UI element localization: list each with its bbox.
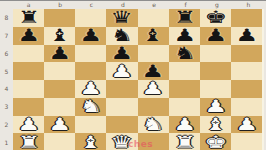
square-e3[interactable]	[138, 98, 169, 116]
piece-black-pawn: ♟	[17, 27, 40, 44]
square-e6[interactable]	[138, 45, 169, 63]
rank-label-7: 7	[0, 27, 13, 45]
square-e5[interactable]: ♟	[138, 62, 169, 80]
piece-white-rook: ♜	[17, 134, 40, 150]
rank-label-8: 8	[0, 9, 13, 27]
piece-white-rook: ♜	[173, 134, 196, 150]
piece-black-pawn: ♟	[142, 63, 165, 80]
square-h6[interactable]	[231, 45, 262, 63]
square-b1[interactable]	[44, 133, 75, 150]
square-b4[interactable]	[44, 80, 75, 98]
square-c2[interactable]	[75, 116, 106, 134]
square-f7[interactable]: ♟	[169, 27, 200, 45]
piece-black-rook: ♜	[173, 9, 196, 26]
piece-white-pawn: ♟	[142, 80, 165, 97]
piece-white-king: ♚	[204, 134, 227, 150]
square-h1[interactable]	[231, 133, 262, 150]
square-c7[interactable]: ♟	[75, 27, 106, 45]
file-label-c: c	[76, 1, 107, 9]
rank-label-5: 5	[0, 62, 13, 80]
square-g6[interactable]	[200, 45, 231, 63]
square-h2[interactable]: ♟	[231, 116, 262, 134]
piece-black-pawn: ♟	[173, 27, 196, 44]
square-a5[interactable]	[13, 62, 44, 80]
piece-white-pawn: ♟	[173, 116, 196, 133]
square-b7[interactable]: ♝	[44, 27, 75, 45]
square-a7[interactable]: ♟	[13, 27, 44, 45]
square-e7[interactable]: ♝	[138, 27, 169, 45]
file-labels: abcdefgh	[13, 1, 264, 9]
square-a1[interactable]: ♜	[13, 133, 44, 150]
board: ♜♛♜♚♟♝♟♞♝♟♟♟♟♟♞♟♟♟♟♞♟♟♟♞♟♝♟♜♝♛♜♚	[13, 9, 264, 150]
square-g5[interactable]	[200, 62, 231, 80]
rank-label-2: 2	[0, 116, 13, 134]
piece-black-queen: ♛	[111, 9, 134, 26]
square-g8[interactable]: ♚	[200, 9, 231, 27]
piece-white-pawn: ♟	[111, 63, 134, 80]
file-label-a: a	[13, 1, 44, 9]
board-corner	[0, 1, 13, 9]
chessboard-app: abcdefgh 87654321 ♜♛♜♚♟♝♟♞♝♟♟♟♟♟♞♟♟♟♟♞♟♟…	[0, 0, 266, 150]
file-label-d: d	[107, 1, 138, 9]
square-d2[interactable]	[106, 116, 137, 134]
piece-black-rook: ♜	[17, 9, 40, 26]
square-h4[interactable]	[231, 80, 262, 98]
square-c8[interactable]	[75, 9, 106, 27]
square-c4[interactable]: ♟	[75, 80, 106, 98]
square-d3[interactable]	[106, 98, 137, 116]
square-a8[interactable]: ♜	[13, 9, 44, 27]
file-label-h: h	[233, 1, 264, 9]
piece-white-pawn: ♟	[17, 116, 40, 133]
square-g7[interactable]: ♟	[200, 27, 231, 45]
square-a3[interactable]	[13, 98, 44, 116]
square-g2[interactable]: ♝	[200, 116, 231, 134]
square-f8[interactable]: ♜	[169, 9, 200, 27]
square-g3[interactable]: ♟	[200, 98, 231, 116]
square-e4[interactable]: ♟	[138, 80, 169, 98]
rank-label-1: 1	[0, 133, 13, 150]
piece-black-bishop: ♝	[48, 27, 71, 44]
piece-white-pawn: ♟	[204, 98, 227, 115]
piece-white-bishop: ♝	[204, 116, 227, 133]
square-h5[interactable]	[231, 62, 262, 80]
square-f1[interactable]: ♜	[169, 133, 200, 150]
piece-black-pawn: ♟	[48, 45, 71, 62]
square-a2[interactable]: ♟	[13, 116, 44, 134]
square-f5[interactable]	[169, 62, 200, 80]
piece-black-king: ♚	[204, 9, 227, 26]
square-h8[interactable]	[231, 9, 262, 27]
square-d4[interactable]	[106, 80, 137, 98]
piece-black-pawn: ♟	[79, 27, 102, 44]
square-d8[interactable]: ♛	[106, 9, 137, 27]
rank-label-3: 3	[0, 98, 13, 116]
square-b6[interactable]: ♟	[44, 45, 75, 63]
square-d6[interactable]: ♟	[106, 45, 137, 63]
piece-white-pawn: ♟	[79, 80, 102, 97]
square-g1[interactable]: ♚	[200, 133, 231, 150]
square-f3[interactable]	[169, 98, 200, 116]
piece-black-knight: ♞	[173, 45, 196, 62]
square-f4[interactable]	[169, 80, 200, 98]
square-b3[interactable]	[44, 98, 75, 116]
square-h7[interactable]: ♟	[231, 27, 262, 45]
square-f2[interactable]: ♟	[169, 116, 200, 134]
square-c6[interactable]	[75, 45, 106, 63]
watermark-text: ches	[128, 139, 153, 149]
square-e8[interactable]	[138, 9, 169, 27]
piece-white-bishop: ♝	[79, 134, 102, 150]
square-b5[interactable]	[44, 62, 75, 80]
square-b2[interactable]: ♟	[44, 116, 75, 134]
square-f6[interactable]: ♞	[169, 45, 200, 63]
piece-white-pawn: ♟	[235, 116, 258, 133]
square-e2[interactable]: ♞	[138, 116, 169, 134]
square-d5[interactable]: ♟	[106, 62, 137, 80]
square-c5[interactable]	[75, 62, 106, 80]
rank-label-4: 4	[0, 80, 13, 98]
piece-white-knight: ♞	[79, 98, 102, 115]
file-label-g: g	[201, 1, 232, 9]
square-d7[interactable]: ♞	[106, 27, 137, 45]
square-b8[interactable]	[44, 9, 75, 27]
piece-black-pawn: ♟	[204, 27, 227, 44]
file-label-f: f	[170, 1, 201, 9]
piece-black-pawn: ♟	[235, 27, 258, 44]
square-a4[interactable]	[13, 80, 44, 98]
piece-black-pawn: ♟	[111, 45, 134, 62]
square-c3[interactable]: ♞	[75, 98, 106, 116]
piece-black-bishop: ♝	[142, 27, 165, 44]
square-a6[interactable]	[13, 45, 44, 63]
piece-white-pawn: ♟	[48, 116, 71, 133]
file-label-b: b	[44, 1, 75, 9]
piece-black-knight: ♞	[111, 27, 134, 44]
file-label-e: e	[139, 1, 170, 9]
rank-label-6: 6	[0, 45, 13, 63]
square-h3[interactable]	[231, 98, 262, 116]
square-c1[interactable]: ♝	[75, 133, 106, 150]
piece-white-knight: ♞	[142, 116, 165, 133]
square-g4[interactable]	[200, 80, 231, 98]
rank-labels: 87654321	[0, 9, 13, 150]
